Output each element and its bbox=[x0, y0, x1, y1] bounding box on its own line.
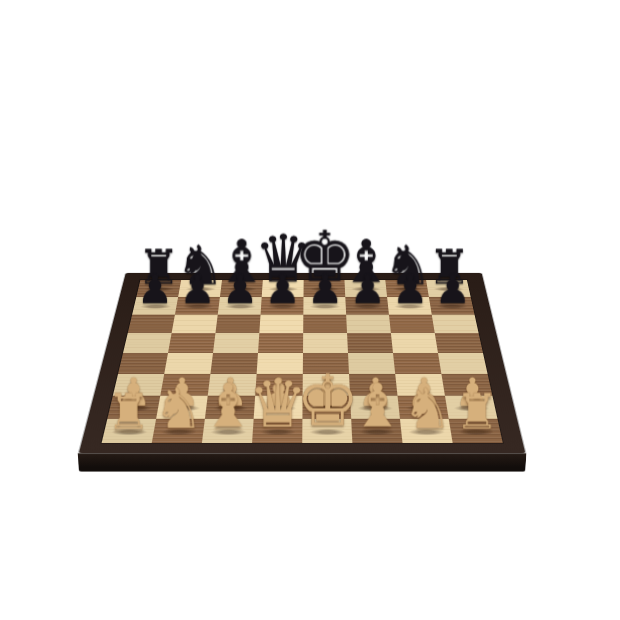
square-c5 bbox=[213, 333, 259, 353]
square-b5 bbox=[168, 333, 215, 353]
piece-white-queen-d1: ♛ bbox=[252, 419, 302, 443]
square-a8 bbox=[136, 280, 181, 297]
square-e7 bbox=[303, 297, 346, 315]
piece-glyph: ♝ bbox=[350, 377, 404, 437]
square-h8 bbox=[426, 280, 471, 297]
square-b7 bbox=[175, 297, 220, 315]
square-e8 bbox=[304, 280, 346, 297]
piece-glyph: ♞ bbox=[402, 381, 452, 436]
square-g5 bbox=[391, 333, 438, 353]
square-c7 bbox=[218, 297, 262, 315]
square-f7 bbox=[345, 297, 389, 315]
piece-white-rook-a1: ♜ bbox=[102, 419, 157, 443]
square-h7 bbox=[429, 297, 475, 315]
piece-white-bishop-c1: ♝ bbox=[202, 419, 254, 443]
square-f5 bbox=[347, 333, 393, 353]
square-d6 bbox=[259, 315, 303, 334]
piece-white-bishop-f1: ♝ bbox=[351, 419, 402, 443]
square-e6 bbox=[303, 315, 347, 334]
square-b6 bbox=[172, 315, 218, 334]
square-b8 bbox=[178, 280, 222, 297]
square-a6 bbox=[128, 315, 175, 334]
piece-white-knight-b1: ♞ bbox=[152, 419, 205, 443]
square-f6 bbox=[346, 315, 391, 334]
square-c8 bbox=[220, 280, 263, 297]
perspective-viewport: ♜♞♝♛♚♝♞♜♟♟♟♟♟♟♟♟♟♟♟♟♟♟♟♟♜♞♝♛♚♝♞♜ bbox=[0, 0, 620, 620]
piece-glyph: ♚ bbox=[295, 366, 358, 437]
square-g6 bbox=[389, 315, 435, 334]
piece-white-knight-g1: ♞ bbox=[400, 419, 453, 443]
piece-glyph: ♜ bbox=[106, 388, 150, 437]
square-d5 bbox=[258, 333, 303, 353]
square-d8 bbox=[262, 280, 304, 297]
square-a5 bbox=[123, 333, 172, 353]
piece-glyph: ♜ bbox=[455, 388, 499, 437]
square-e5 bbox=[303, 333, 348, 353]
square-f8 bbox=[344, 280, 387, 297]
product-photo-canvas: ♜♞♝♛♚♝♞♜♟♟♟♟♟♟♟♟♟♟♟♟♟♟♟♟♜♞♝♛♚♝♞♜ bbox=[0, 0, 620, 620]
piece-white-rook-h1: ♜ bbox=[449, 419, 503, 443]
piece-glyph: ♝ bbox=[201, 377, 255, 437]
board-front-edge bbox=[78, 453, 527, 472]
piece-glyph: ♞ bbox=[153, 381, 203, 436]
square-g8 bbox=[385, 280, 429, 297]
square-g7 bbox=[387, 297, 432, 315]
chess-board: ♜♞♝♛♚♝♞♜♟♟♟♟♟♟♟♟♟♟♟♟♟♟♟♟♜♞♝♛♚♝♞♜ bbox=[79, 273, 525, 453]
square-h6 bbox=[432, 315, 479, 334]
square-d7 bbox=[261, 297, 304, 315]
square-h5 bbox=[435, 333, 483, 353]
square-a7 bbox=[132, 297, 178, 315]
piece-white-king-e1: ♚ bbox=[302, 419, 352, 443]
square-c6 bbox=[215, 315, 260, 334]
